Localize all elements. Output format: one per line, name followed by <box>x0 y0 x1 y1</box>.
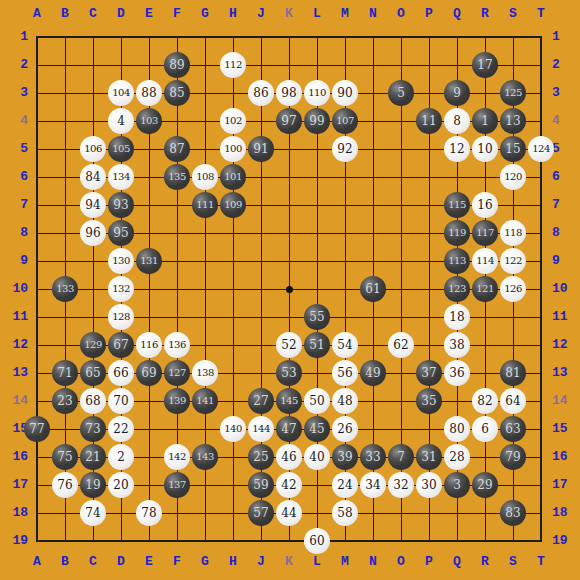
stone-black-F14: 139 <box>164 388 190 414</box>
stone-black-D7: 93 <box>108 192 134 218</box>
move-number: 99 <box>309 115 324 127</box>
move-number: 2 <box>117 451 125 463</box>
stone-black-P4: 11 <box>416 108 442 134</box>
move-number: 81 <box>505 367 520 379</box>
row-label-right-18: 18 <box>552 506 578 520</box>
col-label-bottom-L: L <box>307 555 327 569</box>
stone-white-R14: 82 <box>472 388 498 414</box>
move-number: 63 <box>505 423 520 435</box>
stone-white-S9: 122 <box>500 248 526 274</box>
move-number: 118 <box>504 227 522 239</box>
col-label-top-A: A <box>27 7 47 21</box>
move-number: 73 <box>85 423 100 435</box>
move-number: 92 <box>337 143 352 155</box>
row-label-left-16: 16 <box>2 450 28 464</box>
move-number: 112 <box>224 59 242 71</box>
move-number: 133 <box>56 283 74 295</box>
row-label-left-14: 14 <box>2 394 28 408</box>
stone-black-D12: 67 <box>108 332 134 358</box>
col-label-bottom-B: B <box>55 555 75 569</box>
stone-white-H2: 112 <box>220 52 246 78</box>
row-label-left-10: 10 <box>2 282 28 296</box>
move-number: 21 <box>85 451 100 463</box>
move-number: 105 <box>112 143 130 155</box>
row-label-right-19: 19 <box>552 534 578 548</box>
move-number: 85 <box>169 87 184 99</box>
move-number: 75 <box>57 451 72 463</box>
move-number: 144 <box>252 423 270 435</box>
col-label-bottom-N: N <box>363 555 383 569</box>
row-label-left-1: 1 <box>2 30 28 44</box>
move-number: 46 <box>281 451 296 463</box>
stone-black-F5: 87 <box>164 136 190 162</box>
move-number: 57 <box>253 507 268 519</box>
stone-black-Q7: 115 <box>444 192 470 218</box>
stone-black-F6: 135 <box>164 164 190 190</box>
move-number: 136 <box>168 339 186 351</box>
move-number: 91 <box>253 143 268 155</box>
col-label-top-F: F <box>167 7 187 21</box>
move-number: 37 <box>421 367 436 379</box>
row-label-left-19: 19 <box>2 534 28 548</box>
col-label-top-C: C <box>83 7 103 21</box>
row-label-right-15: 15 <box>552 422 578 436</box>
move-number: 131 <box>140 255 158 267</box>
move-number: 78 <box>141 507 156 519</box>
stone-black-B14: 23 <box>52 388 78 414</box>
stone-black-D5: 105 <box>108 136 134 162</box>
stone-white-K3: 98 <box>276 80 302 106</box>
move-number: 16 <box>477 199 492 211</box>
move-number: 143 <box>196 451 214 463</box>
stone-white-O12: 62 <box>388 332 414 358</box>
stone-black-M16: 39 <box>332 444 358 470</box>
move-number: 52 <box>281 339 296 351</box>
stone-white-S6: 120 <box>500 164 526 190</box>
stone-white-D6: 134 <box>108 164 134 190</box>
move-number: 39 <box>337 451 352 463</box>
stone-black-O3: 5 <box>388 80 414 106</box>
move-number: 111 <box>196 199 214 211</box>
move-number: 68 <box>85 395 100 407</box>
stone-white-F16: 142 <box>164 444 190 470</box>
row-label-right-2: 2 <box>552 58 578 72</box>
stone-white-Q16: 28 <box>444 444 470 470</box>
col-label-bottom-H: H <box>223 555 243 569</box>
row-label-right-16: 16 <box>552 450 578 464</box>
move-number: 123 <box>448 283 466 295</box>
stone-white-E12: 116 <box>136 332 162 358</box>
stone-white-L3: 110 <box>304 80 330 106</box>
stone-white-S8: 118 <box>500 220 526 246</box>
move-number: 84 <box>85 171 100 183</box>
move-number: 101 <box>224 171 242 183</box>
row-label-left-18: 18 <box>2 506 28 520</box>
stone-black-L15: 45 <box>304 416 330 442</box>
stone-black-P16: 31 <box>416 444 442 470</box>
move-number: 71 <box>57 367 72 379</box>
stone-white-D17: 20 <box>108 472 134 498</box>
stone-black-F2: 89 <box>164 52 190 78</box>
stone-black-F3: 85 <box>164 80 190 106</box>
move-number: 44 <box>281 507 296 519</box>
move-number: 1 <box>481 115 489 127</box>
col-label-top-E: E <box>139 7 159 21</box>
move-number: 116 <box>140 339 158 351</box>
col-label-top-Q: Q <box>447 7 467 21</box>
move-number: 134 <box>112 171 130 183</box>
stone-white-G6: 108 <box>192 164 218 190</box>
col-label-top-B: B <box>55 7 75 21</box>
move-number: 82 <box>477 395 492 407</box>
stone-white-J3: 86 <box>248 80 274 106</box>
move-number: 22 <box>113 423 128 435</box>
stone-white-K18: 44 <box>276 500 302 526</box>
stone-black-Q8: 119 <box>444 220 470 246</box>
move-number: 28 <box>449 451 464 463</box>
row-label-left-11: 11 <box>2 310 28 324</box>
col-label-bottom-T: T <box>531 555 551 569</box>
stone-black-F13: 127 <box>164 360 190 386</box>
row-label-right-14: 14 <box>552 394 578 408</box>
stone-black-S13: 81 <box>500 360 526 386</box>
move-number: 20 <box>113 479 128 491</box>
star-point-K10 <box>286 286 293 293</box>
stone-white-C14: 68 <box>80 388 106 414</box>
move-number: 26 <box>337 423 352 435</box>
move-number: 15 <box>505 143 520 155</box>
stone-white-J15: 144 <box>248 416 274 442</box>
row-label-right-17: 17 <box>552 478 578 492</box>
col-label-bottom-F: F <box>167 555 187 569</box>
move-number: 35 <box>421 395 436 407</box>
row-label-right-13: 13 <box>552 366 578 380</box>
stone-white-L16: 40 <box>304 444 330 470</box>
move-number: 140 <box>224 423 242 435</box>
move-number: 62 <box>393 339 408 351</box>
move-number: 33 <box>365 451 380 463</box>
stone-black-E9: 131 <box>136 248 162 274</box>
stone-white-Q4: 8 <box>444 108 470 134</box>
col-label-bottom-Q: Q <box>447 555 467 569</box>
stone-white-C6: 84 <box>80 164 106 190</box>
move-number: 8 <box>453 115 461 127</box>
move-number: 121 <box>476 283 494 295</box>
move-number: 53 <box>281 367 296 379</box>
move-number: 48 <box>337 395 352 407</box>
move-number: 79 <box>505 451 520 463</box>
col-label-top-P: P <box>419 7 439 21</box>
stone-black-G14: 141 <box>192 388 218 414</box>
col-label-top-N: N <box>363 7 383 21</box>
stone-black-N10: 61 <box>360 276 386 302</box>
stone-black-J18: 57 <box>248 500 274 526</box>
stone-black-Q3: 9 <box>444 80 470 106</box>
stone-white-D11: 128 <box>108 304 134 330</box>
stone-white-R15: 6 <box>472 416 498 442</box>
stone-white-T5: 124 <box>528 136 554 162</box>
col-label-bottom-A: A <box>27 555 47 569</box>
col-label-top-M: M <box>335 7 355 21</box>
move-number: 32 <box>393 479 408 491</box>
stone-black-C15: 73 <box>80 416 106 442</box>
move-number: 18 <box>449 311 464 323</box>
move-number: 6 <box>481 423 489 435</box>
row-label-right-7: 7 <box>552 198 578 212</box>
move-number: 104 <box>112 87 130 99</box>
move-number: 47 <box>281 423 296 435</box>
stone-black-S16: 79 <box>500 444 526 470</box>
col-label-bottom-C: C <box>83 555 103 569</box>
stone-white-M3: 90 <box>332 80 358 106</box>
stone-black-J17: 59 <box>248 472 274 498</box>
move-number: 67 <box>113 339 128 351</box>
move-number: 51 <box>309 339 324 351</box>
stone-black-R4: 1 <box>472 108 498 134</box>
stone-white-F12: 136 <box>164 332 190 358</box>
stone-black-G7: 111 <box>192 192 218 218</box>
go-board[interactable]: AABBCCDDEEFFGGHHJJKKLLMMNNOOPPQQRRSSTT11… <box>0 0 580 580</box>
col-label-bottom-M: M <box>335 555 355 569</box>
move-number: 60 <box>309 535 324 547</box>
col-label-top-R: R <box>475 7 495 21</box>
move-number: 83 <box>505 507 520 519</box>
stone-white-M15: 26 <box>332 416 358 442</box>
move-number: 119 <box>448 227 466 239</box>
move-number: 96 <box>85 227 100 239</box>
move-number: 130 <box>112 255 130 267</box>
stone-black-D8: 95 <box>108 220 134 246</box>
stone-white-M18: 58 <box>332 500 358 526</box>
stone-white-D16: 2 <box>108 444 134 470</box>
stone-black-O16: 7 <box>388 444 414 470</box>
row-label-left-12: 12 <box>2 338 28 352</box>
stone-black-Q10: 123 <box>444 276 470 302</box>
stone-white-D10: 132 <box>108 276 134 302</box>
row-label-right-10: 10 <box>552 282 578 296</box>
move-number: 64 <box>505 395 520 407</box>
row-label-left-7: 7 <box>2 198 28 212</box>
stone-white-H15: 140 <box>220 416 246 442</box>
move-number: 106 <box>84 143 102 155</box>
stone-white-E18: 78 <box>136 500 162 526</box>
stone-white-C7: 94 <box>80 192 106 218</box>
move-number: 45 <box>309 423 324 435</box>
row-label-left-17: 17 <box>2 478 28 492</box>
stone-black-N16: 33 <box>360 444 386 470</box>
col-label-top-K: K <box>279 7 299 21</box>
stone-black-L12: 51 <box>304 332 330 358</box>
move-number: 50 <box>309 395 324 407</box>
stone-black-R2: 17 <box>472 52 498 78</box>
col-label-top-L: L <box>307 7 327 21</box>
stone-white-K12: 52 <box>276 332 302 358</box>
move-number: 59 <box>253 479 268 491</box>
move-number: 4 <box>117 115 125 127</box>
stone-black-K15: 47 <box>276 416 302 442</box>
move-number: 13 <box>505 115 520 127</box>
stone-black-L11: 55 <box>304 304 330 330</box>
stone-white-Q13: 36 <box>444 360 470 386</box>
stone-white-R9: 114 <box>472 248 498 274</box>
stone-black-Q17: 3 <box>444 472 470 498</box>
row-label-left-2: 2 <box>2 58 28 72</box>
stone-black-C12: 129 <box>80 332 106 358</box>
stone-black-F17: 137 <box>164 472 190 498</box>
col-label-top-T: T <box>531 7 551 21</box>
move-number: 55 <box>309 311 324 323</box>
move-number: 98 <box>281 87 296 99</box>
stone-white-M13: 56 <box>332 360 358 386</box>
move-number: 114 <box>476 255 494 267</box>
stone-white-D4: 4 <box>108 108 134 134</box>
stone-white-E3: 88 <box>136 80 162 106</box>
stone-white-Q12: 38 <box>444 332 470 358</box>
move-number: 40 <box>309 451 324 463</box>
move-number: 30 <box>421 479 436 491</box>
stone-white-M14: 48 <box>332 388 358 414</box>
stone-white-H5: 100 <box>220 136 246 162</box>
stone-black-B16: 75 <box>52 444 78 470</box>
row-label-left-3: 3 <box>2 86 28 100</box>
stone-black-N13: 49 <box>360 360 386 386</box>
stone-white-D3: 104 <box>108 80 134 106</box>
move-number: 49 <box>365 367 380 379</box>
row-label-left-9: 9 <box>2 254 28 268</box>
stone-black-S3: 125 <box>500 80 526 106</box>
move-number: 120 <box>504 171 522 183</box>
move-number: 42 <box>281 479 296 491</box>
stone-black-J5: 91 <box>248 136 274 162</box>
stone-white-H4: 102 <box>220 108 246 134</box>
move-number: 66 <box>113 367 128 379</box>
stone-white-K16: 46 <box>276 444 302 470</box>
stone-white-C8: 96 <box>80 220 106 246</box>
row-label-left-13: 13 <box>2 366 28 380</box>
stone-white-S10: 126 <box>500 276 526 302</box>
stone-black-S15: 63 <box>500 416 526 442</box>
move-number: 108 <box>196 171 214 183</box>
move-number: 31 <box>421 451 436 463</box>
stone-black-S4: 13 <box>500 108 526 134</box>
move-number: 58 <box>337 507 352 519</box>
move-number: 103 <box>140 115 158 127</box>
move-number: 38 <box>449 339 464 351</box>
move-number: 138 <box>196 367 214 379</box>
stone-white-D15: 22 <box>108 416 134 442</box>
stone-black-P13: 37 <box>416 360 442 386</box>
move-number: 122 <box>504 255 522 267</box>
stone-black-R8: 117 <box>472 220 498 246</box>
stone-black-S5: 15 <box>500 136 526 162</box>
move-number: 139 <box>168 395 186 407</box>
col-label-bottom-R: R <box>475 555 495 569</box>
move-number: 107 <box>336 115 354 127</box>
stone-black-B13: 71 <box>52 360 78 386</box>
move-number: 128 <box>112 311 130 323</box>
row-label-left-4: 4 <box>2 114 28 128</box>
stone-black-C16: 21 <box>80 444 106 470</box>
row-label-right-9: 9 <box>552 254 578 268</box>
stone-white-L14: 50 <box>304 388 330 414</box>
stone-black-B10: 133 <box>52 276 78 302</box>
stone-white-P17: 30 <box>416 472 442 498</box>
col-label-top-J: J <box>251 7 271 21</box>
move-number: 141 <box>196 395 214 407</box>
stone-white-D14: 70 <box>108 388 134 414</box>
col-label-top-O: O <box>391 7 411 21</box>
stone-black-H6: 101 <box>220 164 246 190</box>
stone-black-P14: 35 <box>416 388 442 414</box>
row-label-left-5: 5 <box>2 142 28 156</box>
move-number: 145 <box>280 395 298 407</box>
stone-black-Q9: 113 <box>444 248 470 274</box>
stone-white-D13: 66 <box>108 360 134 386</box>
col-label-bottom-E: E <box>139 555 159 569</box>
stone-white-C18: 74 <box>80 500 106 526</box>
move-number: 113 <box>448 255 466 267</box>
col-label-bottom-D: D <box>111 555 131 569</box>
move-number: 80 <box>449 423 464 435</box>
col-label-top-D: D <box>111 7 131 21</box>
move-number: 102 <box>224 115 242 127</box>
move-number: 77 <box>29 423 44 435</box>
move-number: 74 <box>85 507 100 519</box>
col-label-top-G: G <box>195 7 215 21</box>
move-number: 3 <box>453 479 461 491</box>
move-number: 65 <box>85 367 100 379</box>
col-label-bottom-G: G <box>195 555 215 569</box>
stone-white-M17: 24 <box>332 472 358 498</box>
stone-white-B17: 76 <box>52 472 78 498</box>
move-number: 125 <box>504 87 522 99</box>
stone-black-C13: 65 <box>80 360 106 386</box>
stone-black-L4: 99 <box>304 108 330 134</box>
col-label-top-H: H <box>223 7 243 21</box>
stone-white-S14: 64 <box>500 388 526 414</box>
col-label-bottom-K: K <box>279 555 299 569</box>
move-number: 10 <box>477 143 492 155</box>
stone-black-K14: 145 <box>276 388 302 414</box>
stone-white-M12: 54 <box>332 332 358 358</box>
row-label-right-5: 5 <box>552 142 578 156</box>
move-number: 124 <box>532 143 550 155</box>
stone-black-M4: 107 <box>332 108 358 134</box>
move-number: 95 <box>113 227 128 239</box>
move-number: 54 <box>337 339 352 351</box>
stone-white-N17: 34 <box>360 472 386 498</box>
stone-white-K17: 42 <box>276 472 302 498</box>
row-label-right-3: 3 <box>552 86 578 100</box>
move-number: 27 <box>253 395 268 407</box>
move-number: 19 <box>85 479 100 491</box>
move-number: 89 <box>169 59 184 71</box>
row-label-left-6: 6 <box>2 170 28 184</box>
move-number: 127 <box>168 367 186 379</box>
row-label-right-1: 1 <box>552 30 578 44</box>
move-number: 142 <box>168 451 186 463</box>
col-label-bottom-J: J <box>251 555 271 569</box>
row-label-left-8: 8 <box>2 226 28 240</box>
row-label-right-8: 8 <box>552 226 578 240</box>
move-number: 87 <box>169 143 184 155</box>
move-number: 126 <box>504 283 522 295</box>
stone-white-M5: 92 <box>332 136 358 162</box>
row-label-right-11: 11 <box>552 310 578 324</box>
move-number: 9 <box>453 87 461 99</box>
move-number: 17 <box>477 59 492 71</box>
move-number: 135 <box>168 171 186 183</box>
